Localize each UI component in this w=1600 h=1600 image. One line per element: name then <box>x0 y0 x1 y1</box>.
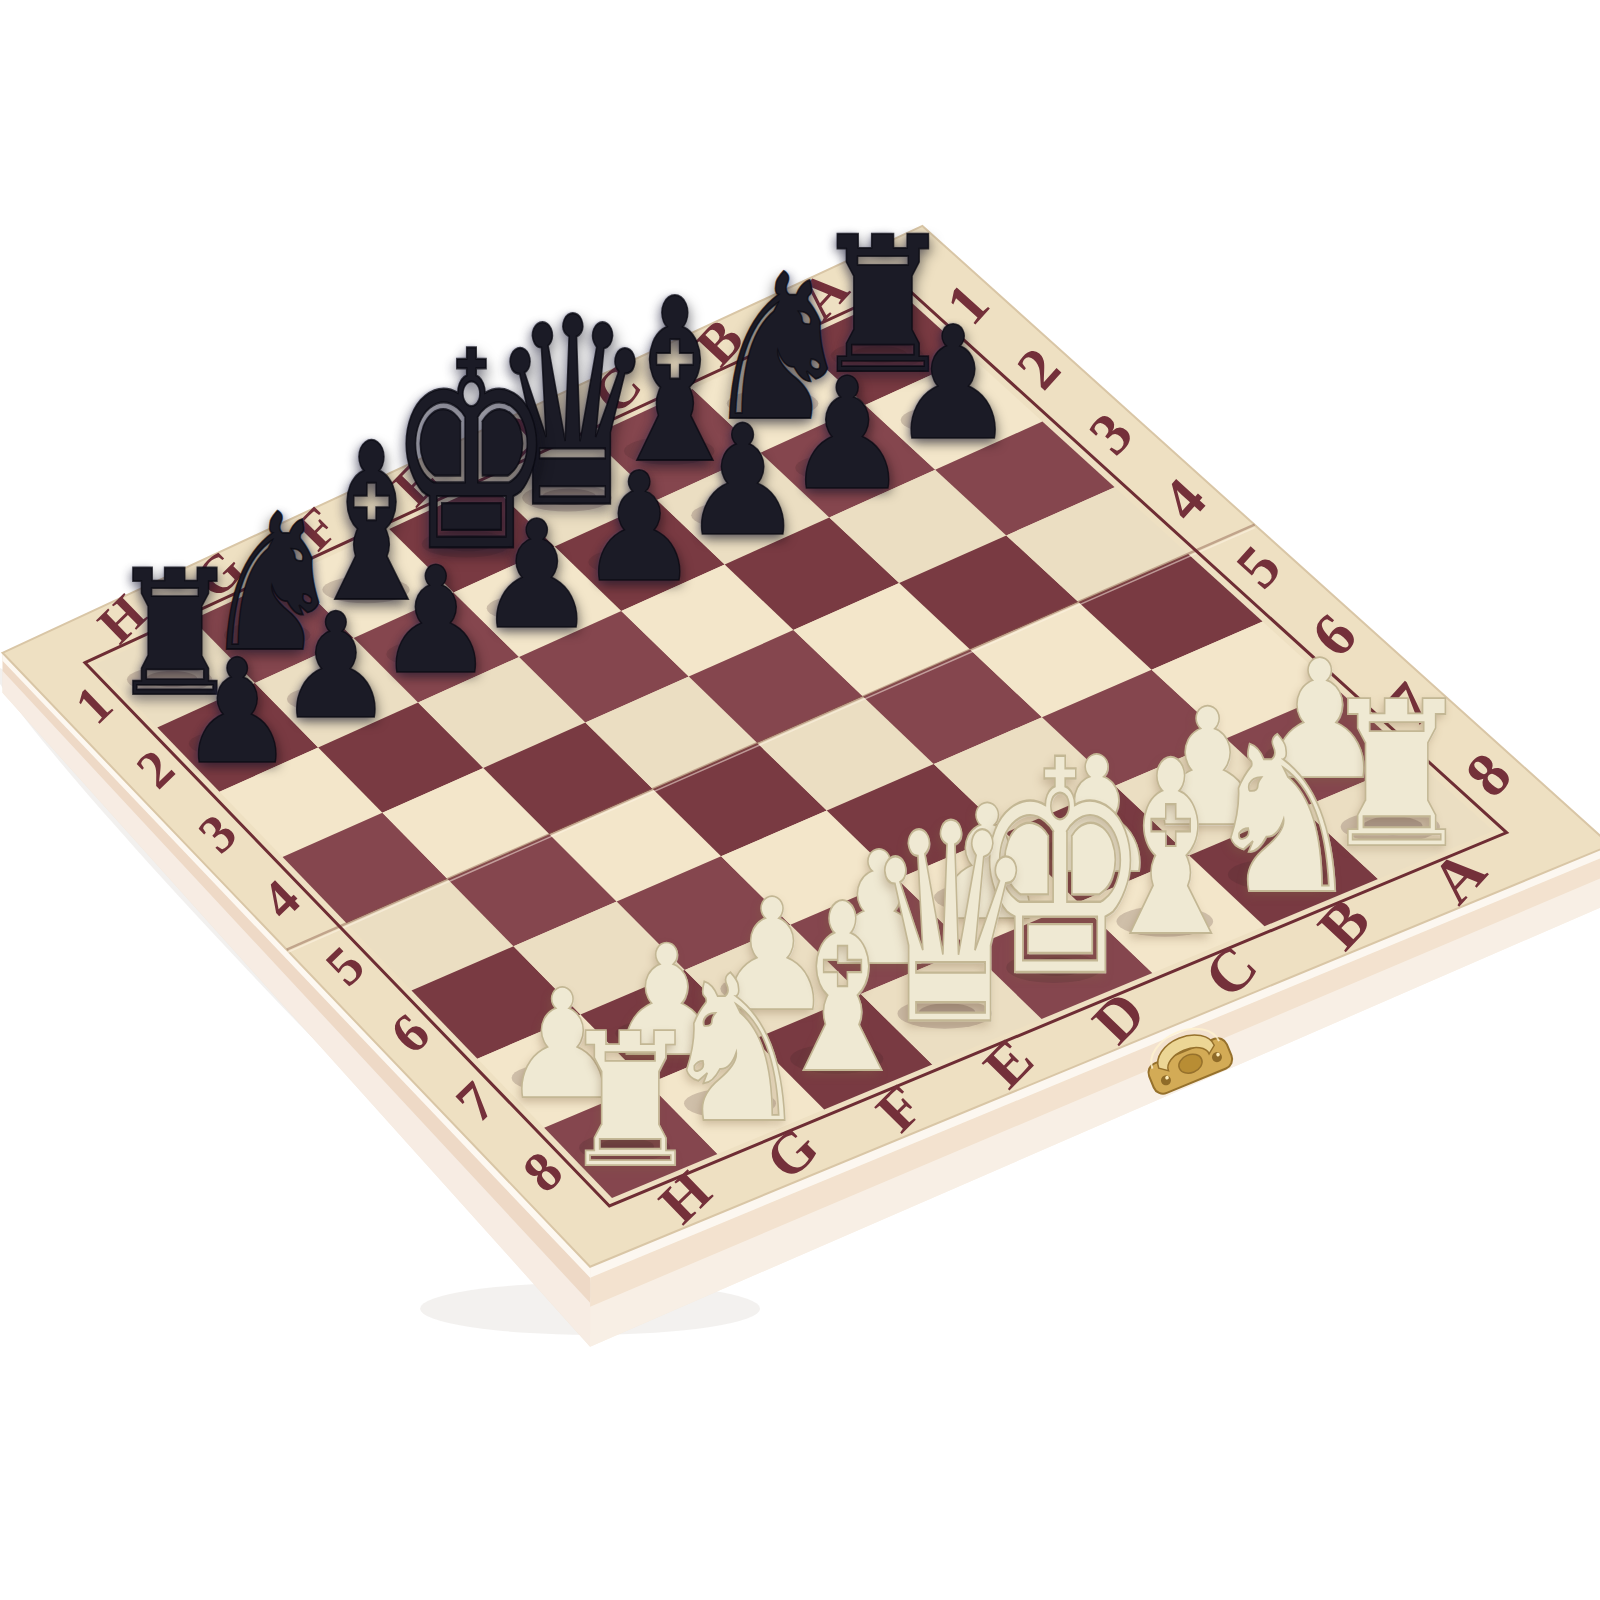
piece-shadow-core <box>919 1003 976 1021</box>
board-svg: 1122334455667788HHGGFFEEDDCCBBAA <box>0 0 1600 1600</box>
piece-shadow-core <box>442 535 495 551</box>
piece-shadow-core <box>406 645 459 661</box>
piece-shadow-core <box>542 489 596 506</box>
piece-shadow-core <box>532 1068 586 1085</box>
piece-shadow-core <box>955 888 1012 906</box>
piece-shadow-core <box>600 1138 655 1156</box>
piece-shadow-core <box>1138 911 1196 930</box>
piece-shadow-core <box>922 410 978 427</box>
piece-shadow-core <box>747 394 802 411</box>
piece-shadow-core <box>705 1094 760 1112</box>
piece-shadow-core <box>741 979 796 997</box>
piece-shadow-core <box>244 626 296 642</box>
piece-shadow-core <box>146 671 197 687</box>
piece-shadow-core <box>1287 746 1346 765</box>
piece-shadow-core <box>816 458 871 475</box>
piece-shadow-core <box>852 346 908 363</box>
piece-shadow-core <box>1175 794 1233 812</box>
piece-shadow-core <box>307 690 359 706</box>
product-photo: 1122334455667788HHGGFFEEDDCCBBAA ♜♞♝♚♛♝♞… <box>0 0 1600 1600</box>
piece-shadow-core <box>712 506 767 523</box>
piece-shadow-core <box>609 553 663 570</box>
piece-shadow-core <box>811 1049 867 1067</box>
piece-shadow-core <box>1250 864 1309 883</box>
piece-shadow-core <box>208 735 260 751</box>
piece-shadow-core <box>1065 841 1122 859</box>
piece-shadow-core <box>507 599 561 616</box>
piece-shadow-core <box>342 581 394 597</box>
piece-shadow-core <box>644 442 698 459</box>
piece-shadow-core <box>848 934 904 952</box>
piece-shadow-core <box>1363 816 1422 835</box>
piece-shadow-core <box>636 1024 691 1042</box>
piece-shadow-core <box>1028 958 1085 976</box>
